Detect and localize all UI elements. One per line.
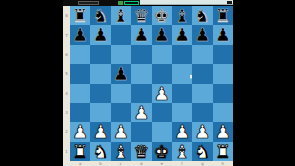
- square-a7[interactable]: ♟: [70, 25, 90, 44]
- square-a8[interactable]: ♜: [70, 6, 90, 25]
- square-b7[interactable]: ♟: [90, 25, 110, 44]
- rank-label-8: 8: [63, 6, 70, 25]
- square-e7[interactable]: ♟: [152, 25, 172, 44]
- piece-black-bishop[interactable]: ♝: [113, 6, 129, 25]
- square-b3[interactable]: [90, 103, 110, 122]
- square-a3[interactable]: [70, 103, 90, 122]
- file-coordinates: abcdefgh: [63, 161, 233, 166]
- square-c5[interactable]: ♟: [111, 64, 131, 83]
- square-h3[interactable]: [213, 103, 233, 122]
- square-c8[interactable]: ♝: [111, 6, 131, 25]
- screen: 87654321 ♜♞♝♛♚♝♞♜♟♟♟♟♟♟♟♟♟♟♟♟♟♟♟♟♜♞♝♛♚♝♞…: [0, 0, 295, 166]
- piece-black-rook[interactable]: ♜: [72, 6, 88, 25]
- square-d2[interactable]: [131, 122, 151, 141]
- file-label-d: d: [131, 161, 151, 166]
- piece-black-rook[interactable]: ♜: [215, 6, 231, 25]
- square-e1[interactable]: ♚: [152, 142, 172, 161]
- piece-black-queen[interactable]: ♛: [133, 6, 149, 25]
- square-h8[interactable]: ♜: [213, 6, 233, 25]
- piece-white-rook[interactable]: ♜: [215, 142, 231, 161]
- square-h2[interactable]: ♟: [213, 122, 233, 141]
- square-c6[interactable]: [111, 45, 131, 64]
- file-label-g: g: [192, 161, 212, 166]
- square-f1[interactable]: ♝: [172, 142, 192, 161]
- square-a1[interactable]: ♜: [70, 142, 90, 161]
- piece-white-pawn[interactable]: ♟: [72, 122, 88, 141]
- piece-white-pawn[interactable]: ♟: [92, 122, 108, 141]
- piece-white-bishop[interactable]: ♝: [113, 142, 129, 161]
- square-a5[interactable]: [70, 64, 90, 83]
- piece-black-pawn[interactable]: ♟: [133, 25, 149, 44]
- square-d7[interactable]: ♟: [131, 25, 151, 44]
- square-a6[interactable]: [70, 45, 90, 64]
- piece-white-pawn[interactable]: ♟: [194, 122, 210, 141]
- rank-label-3: 3: [63, 103, 70, 122]
- square-e6[interactable]: [152, 45, 172, 64]
- square-b1[interactable]: ♞: [90, 142, 110, 161]
- piece-white-pawn[interactable]: ♟: [133, 103, 149, 122]
- square-b5[interactable]: [90, 64, 110, 83]
- piece-white-rook[interactable]: ♜: [72, 142, 88, 161]
- square-a2[interactable]: ♟: [70, 122, 90, 141]
- file-label-c: c: [111, 161, 131, 166]
- square-b2[interactable]: ♟: [90, 122, 110, 141]
- file-label-e: e: [152, 161, 172, 166]
- file-label-h: h: [213, 161, 233, 166]
- square-h5[interactable]: [213, 64, 233, 83]
- square-d1[interactable]: ♛: [131, 142, 151, 161]
- rank-label-5: 5: [63, 64, 70, 83]
- square-e2[interactable]: [152, 122, 172, 141]
- square-b4[interactable]: [90, 84, 110, 103]
- rank-coordinates: 87654321: [63, 6, 70, 161]
- square-c3[interactable]: [111, 103, 131, 122]
- piece-white-king[interactable]: ♚: [154, 142, 170, 161]
- square-f3[interactable]: [172, 103, 192, 122]
- rank-label-2: 2: [63, 122, 70, 141]
- square-b6[interactable]: [90, 45, 110, 64]
- square-f5[interactable]: [172, 64, 192, 83]
- piece-black-pawn[interactable]: ♟: [113, 64, 129, 83]
- piece-black-knight[interactable]: ♞: [92, 6, 108, 25]
- square-h4[interactable]: [213, 84, 233, 103]
- piece-black-pawn[interactable]: ♟: [72, 25, 88, 44]
- piece-white-queen[interactable]: ♛: [133, 142, 149, 161]
- piece-black-bishop[interactable]: ♝: [174, 6, 190, 25]
- square-e8[interactable]: ♚: [152, 6, 172, 25]
- square-e4[interactable]: ♟: [152, 84, 172, 103]
- mouse-cursor: [190, 75, 192, 78]
- square-g1[interactable]: ♞: [192, 142, 212, 161]
- square-e5[interactable]: [152, 64, 172, 83]
- rank-label-4: 4: [63, 84, 70, 103]
- file-label-a: a: [70, 161, 90, 166]
- square-f2[interactable]: ♟: [172, 122, 192, 141]
- file-label-b: b: [90, 161, 110, 166]
- square-g7[interactable]: ♟: [192, 25, 212, 44]
- piece-white-pawn[interactable]: ♟: [174, 122, 190, 141]
- chess-app-window: 87654321 ♜♞♝♛♚♝♞♜♟♟♟♟♟♟♟♟♟♟♟♟♟♟♟♟♜♞♝♛♚♝♞…: [63, 0, 233, 166]
- square-g3[interactable]: [192, 103, 212, 122]
- square-g6[interactable]: [192, 45, 212, 64]
- square-b8[interactable]: ♞: [90, 6, 110, 25]
- square-c4[interactable]: [111, 84, 131, 103]
- square-h7[interactable]: ♟: [213, 25, 233, 44]
- square-e3[interactable]: [152, 103, 172, 122]
- chess-board[interactable]: ♜♞♝♛♚♝♞♜♟♟♟♟♟♟♟♟♟♟♟♟♟♟♟♟♜♞♝♛♚♝♞♜: [70, 6, 233, 161]
- square-d3[interactable]: ♟: [131, 103, 151, 122]
- piece-white-pawn[interactable]: ♟: [113, 122, 129, 141]
- piece-white-pawn[interactable]: ♟: [215, 122, 231, 141]
- piece-black-pawn[interactable]: ♟: [174, 25, 190, 44]
- piece-black-pawn[interactable]: ♟: [154, 25, 170, 44]
- square-h6[interactable]: [213, 45, 233, 64]
- square-d6[interactable]: [131, 45, 151, 64]
- file-strip-spacer: [63, 161, 70, 166]
- file-label-f: f: [172, 161, 192, 166]
- piece-black-pawn[interactable]: ♟: [92, 25, 108, 44]
- square-g5[interactable]: [192, 64, 212, 83]
- piece-black-knight[interactable]: ♞: [194, 6, 210, 25]
- rank-label-1: 1: [63, 142, 70, 161]
- piece-white-knight[interactable]: ♞: [92, 142, 108, 161]
- square-f4[interactable]: [172, 84, 192, 103]
- square-d8[interactable]: ♛: [131, 6, 151, 25]
- piece-white-pawn[interactable]: ♟: [154, 84, 170, 103]
- rank-label-6: 6: [63, 45, 70, 64]
- piece-black-pawn[interactable]: ♟: [215, 25, 231, 44]
- square-d4[interactable]: [131, 84, 151, 103]
- close-button[interactable]: [227, 1, 232, 4]
- square-f6[interactable]: [172, 45, 192, 64]
- square-c7[interactable]: [111, 25, 131, 44]
- square-c1[interactable]: ♝: [111, 142, 131, 161]
- rank-label-7: 7: [63, 25, 70, 44]
- square-c2[interactable]: ♟: [111, 122, 131, 141]
- piece-black-pawn[interactable]: ♟: [194, 25, 210, 44]
- square-g8[interactable]: ♞: [192, 6, 212, 25]
- square-h1[interactable]: ♜: [213, 142, 233, 161]
- square-g4[interactable]: [192, 84, 212, 103]
- square-g2[interactable]: ♟: [192, 122, 212, 141]
- square-a4[interactable]: [70, 84, 90, 103]
- piece-white-knight[interactable]: ♞: [194, 142, 210, 161]
- square-f7[interactable]: ♟: [172, 25, 192, 44]
- square-f8[interactable]: ♝: [172, 6, 192, 25]
- piece-black-king[interactable]: ♚: [154, 6, 170, 25]
- square-d5[interactable]: [131, 64, 151, 83]
- piece-white-bishop[interactable]: ♝: [174, 142, 190, 161]
